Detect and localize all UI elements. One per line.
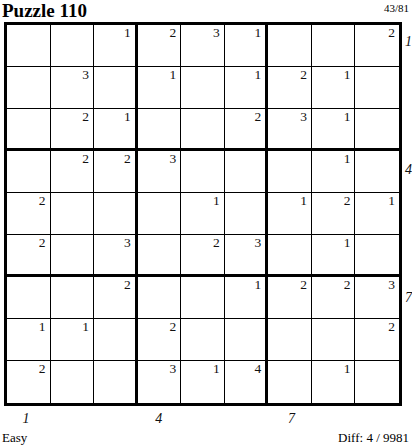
cell-r5c7[interactable]: 1	[268, 193, 312, 235]
cell-r9c5[interactable]: 1	[181, 361, 225, 403]
cell-r2c3[interactable]	[94, 67, 138, 109]
cell-r3c1[interactable]	[7, 109, 51, 151]
cell-r3c6[interactable]: 2	[225, 109, 269, 151]
cell-r8c8[interactable]	[312, 319, 356, 361]
cell-r1c8[interactable]	[312, 25, 356, 67]
cell-r8c3[interactable]	[94, 319, 138, 361]
col-label-4: 4	[155, 411, 162, 427]
clue-digit: 3	[124, 236, 131, 250]
cell-r2c6[interactable]: 1	[225, 67, 269, 109]
cell-r2c9[interactable]	[355, 67, 399, 109]
clue-digit: 2	[124, 152, 131, 166]
cell-r8c1[interactable]: 1	[7, 319, 51, 361]
clue-counter: 43/81	[384, 2, 409, 14]
clue-digit: 2	[39, 362, 46, 376]
clue-digit: 2	[300, 68, 307, 82]
cell-r9c1[interactable]: 2	[7, 361, 51, 403]
clue-digit: 1	[344, 68, 351, 82]
page-title: Puzzle 110	[2, 0, 87, 21]
clue-digit: 1	[300, 194, 307, 208]
cell-r8c7[interactable]	[268, 319, 312, 361]
cell-r4c6[interactable]	[225, 151, 269, 193]
cell-r9c6[interactable]: 4	[225, 361, 269, 403]
cell-r9c2[interactable]	[51, 361, 95, 403]
cell-r4c9[interactable]	[355, 151, 399, 193]
cell-r6c5[interactable]: 2	[181, 235, 225, 277]
cell-r2c4[interactable]: 1	[138, 67, 182, 109]
cell-r7c5[interactable]	[181, 277, 225, 319]
cell-r6c6[interactable]: 3	[225, 235, 269, 277]
cell-r9c7[interactable]	[268, 361, 312, 403]
row-label-4: 4	[405, 163, 412, 179]
cell-r7c6[interactable]: 1	[225, 277, 269, 319]
cell-r1c9[interactable]: 2	[355, 25, 399, 67]
cell-r7c1[interactable]	[7, 277, 51, 319]
clue-digit: 3	[169, 152, 176, 166]
cell-r9c9[interactable]	[355, 361, 399, 403]
clue-digit: 3	[388, 278, 395, 292]
cell-r4c2[interactable]: 2	[51, 151, 95, 193]
clue-digit: 2	[82, 152, 89, 166]
cell-r6c3[interactable]: 3	[94, 235, 138, 277]
cell-r9c8[interactable]: 1	[312, 361, 356, 403]
clue-digit: 1	[344, 152, 351, 166]
clue-digit: 3	[255, 236, 262, 250]
clue-digit: 2	[169, 26, 176, 40]
cell-r1c7[interactable]	[268, 25, 312, 67]
cell-r9c4[interactable]: 3	[138, 361, 182, 403]
cell-r1c3[interactable]: 1	[94, 25, 138, 67]
cell-r8c9[interactable]: 2	[355, 319, 399, 361]
cell-r5c2[interactable]	[51, 193, 95, 235]
clue-digit: 3	[82, 68, 89, 82]
cell-r1c4[interactable]: 2	[138, 25, 182, 67]
clue-digit: 2	[39, 194, 46, 208]
cell-r4c1[interactable]	[7, 151, 51, 193]
clue-digit: 2	[388, 26, 395, 40]
clue-digit: 1	[344, 362, 351, 376]
clue-digit: 1	[255, 26, 262, 40]
clue-digit: 2	[344, 278, 351, 292]
cell-r5c4[interactable]	[138, 193, 182, 235]
cell-r6c8[interactable]: 1	[312, 235, 356, 277]
clue-digit: 2	[39, 236, 46, 250]
board-grid: 1231231121212312231211212323121223112223…	[4, 22, 402, 406]
cell-r1c2[interactable]	[51, 25, 95, 67]
clue-digit: 2	[300, 278, 307, 292]
difficulty-label: Easy	[2, 431, 27, 445]
cell-r2c8[interactable]: 1	[312, 67, 356, 109]
cell-r1c1[interactable]	[7, 25, 51, 67]
clue-digit: 2	[169, 320, 176, 334]
cell-r6c9[interactable]	[355, 235, 399, 277]
cell-r5c5[interactable]: 1	[181, 193, 225, 235]
clue-digit: 1	[255, 68, 262, 82]
cell-r2c1[interactable]	[7, 67, 51, 109]
clue-digit: 2	[388, 320, 395, 334]
cell-r2c5[interactable]	[181, 67, 225, 109]
clue-digit: 2	[344, 194, 351, 208]
cell-r5c1[interactable]: 2	[7, 193, 51, 235]
cell-r5c6[interactable]	[225, 193, 269, 235]
clue-digit: 1	[169, 68, 176, 82]
cell-r3c4[interactable]	[138, 109, 182, 151]
cell-r3c9[interactable]	[355, 109, 399, 151]
board-area: 1231231121212312231211212323121223112223…	[4, 22, 402, 406]
cell-r7c9[interactable]: 3	[355, 277, 399, 319]
clue-digit: 1	[213, 194, 220, 208]
cell-r6c1[interactable]: 2	[7, 235, 51, 277]
puzzle-sheet: Puzzle 110 43/81 12312311212123122312112…	[0, 0, 412, 446]
cell-r6c4[interactable]	[138, 235, 182, 277]
cell-r5c3[interactable]	[94, 193, 138, 235]
cell-r7c7[interactable]: 2	[268, 277, 312, 319]
cell-r3c8[interactable]: 1	[312, 109, 356, 151]
clue-digit: 1	[255, 278, 262, 292]
cell-r4c4[interactable]: 3	[138, 151, 182, 193]
cell-r3c2[interactable]: 2	[51, 109, 95, 151]
clue-digit: 4	[255, 362, 262, 376]
cell-r7c8[interactable]: 2	[312, 277, 356, 319]
clue-digit: 3	[169, 362, 176, 376]
cell-r9c3[interactable]	[94, 361, 138, 403]
cell-r4c8[interactable]: 1	[312, 151, 356, 193]
clue-digit: 3	[300, 110, 307, 124]
cell-r7c2[interactable]	[51, 277, 95, 319]
cell-r7c3[interactable]: 2	[94, 277, 138, 319]
cell-r4c7[interactable]	[268, 151, 312, 193]
cell-r6c7[interactable]	[268, 235, 312, 277]
clue-digit: 2	[124, 278, 131, 292]
cell-r5c9[interactable]: 1	[355, 193, 399, 235]
clue-digit: 1	[82, 320, 89, 334]
difficulty-stat: Diff: 4 / 9981	[338, 431, 409, 445]
cell-r8c4[interactable]: 2	[138, 319, 182, 361]
clue-digit: 1	[124, 110, 131, 124]
row-label-1: 1	[405, 35, 412, 51]
row-label-7: 7	[405, 291, 412, 307]
clue-digit: 2	[82, 110, 89, 124]
cell-r4c3[interactable]: 2	[94, 151, 138, 193]
cell-r6c2[interactable]	[51, 235, 95, 277]
cell-r2c7[interactable]: 2	[268, 67, 312, 109]
col-label-7: 7	[288, 411, 295, 427]
clue-digit: 1	[344, 110, 351, 124]
cell-r8c5[interactable]	[181, 319, 225, 361]
cell-r4c5[interactable]	[181, 151, 225, 193]
cell-r8c2[interactable]: 1	[51, 319, 95, 361]
cell-r1c6[interactable]: 1	[225, 25, 269, 67]
col-label-1: 1	[23, 411, 30, 427]
cell-r7c4[interactable]	[138, 277, 182, 319]
clue-digit: 1	[213, 362, 220, 376]
clue-digit: 1	[344, 236, 351, 250]
clue-digit: 1	[388, 194, 395, 208]
cell-r3c3[interactable]: 1	[94, 109, 138, 151]
cell-r1c5[interactable]: 3	[181, 25, 225, 67]
clue-digit: 2	[255, 110, 262, 124]
cell-r2c2[interactable]: 3	[51, 67, 95, 109]
clue-digit: 1	[124, 26, 131, 40]
clue-digit: 2	[213, 236, 220, 250]
clue-digit: 3	[213, 26, 220, 40]
cell-r8c6[interactable]	[225, 319, 269, 361]
cell-r3c5[interactable]	[181, 109, 225, 151]
clue-digit: 1	[39, 320, 46, 334]
cell-r5c8[interactable]: 2	[312, 193, 356, 235]
cell-r3c7[interactable]: 3	[268, 109, 312, 151]
